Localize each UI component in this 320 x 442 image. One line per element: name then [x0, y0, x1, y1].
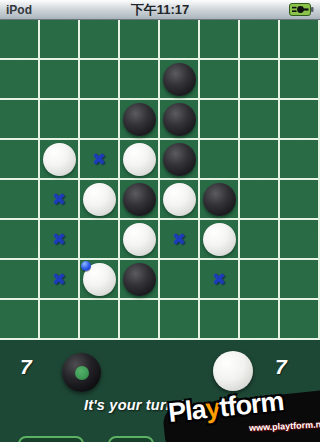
cell-r1c6[interactable] — [240, 60, 280, 100]
white-stone — [123, 223, 156, 256]
cell-r4c6[interactable] — [240, 180, 280, 220]
cell-r1c0[interactable] — [0, 60, 40, 100]
cell-r3c4[interactable] — [160, 140, 200, 180]
cell-r5c4[interactable]: ✖ — [160, 220, 200, 260]
cell-r7c4[interactable] — [160, 300, 200, 340]
cell-r5c5[interactable] — [200, 220, 240, 260]
last-move-marker — [81, 261, 91, 271]
playtform-watermark: Playtform www.playtform.net — [156, 388, 320, 442]
cell-r0c5[interactable] — [200, 20, 240, 60]
watermark-logo-pre: Pla — [167, 394, 207, 428]
black-score: 7 — [20, 355, 32, 379]
turn-indicator-dot — [75, 366, 89, 380]
cell-r4c3[interactable] — [120, 180, 160, 220]
white-stone — [123, 143, 156, 176]
cell-r2c1[interactable] — [40, 100, 80, 140]
cell-r3c1[interactable] — [40, 140, 80, 180]
black-stone — [203, 183, 236, 216]
cell-r5c3[interactable] — [120, 220, 160, 260]
white-player-stone — [213, 351, 253, 391]
black-stone — [163, 143, 196, 176]
cell-r4c7[interactable] — [280, 180, 320, 220]
cell-r2c6[interactable] — [240, 100, 280, 140]
cell-r4c4[interactable] — [160, 180, 200, 220]
cell-r2c0[interactable] — [0, 100, 40, 140]
cell-r6c5[interactable]: ✖ — [200, 260, 240, 300]
black-stone — [123, 263, 156, 296]
legal-move-hint-icon: ✖ — [52, 271, 66, 288]
cell-r5c0[interactable] — [0, 220, 40, 260]
cell-r7c1[interactable] — [40, 300, 80, 340]
cell-r7c6[interactable] — [240, 300, 280, 340]
cell-r7c0[interactable] — [0, 300, 40, 340]
cell-r5c7[interactable] — [280, 220, 320, 260]
cell-r0c2[interactable] — [80, 20, 120, 60]
cell-r7c3[interactable] — [120, 300, 160, 340]
cell-r0c4[interactable] — [160, 20, 200, 60]
cell-r5c2[interactable] — [80, 220, 120, 260]
cell-r6c4[interactable] — [160, 260, 200, 300]
cell-r1c7[interactable] — [280, 60, 320, 100]
battery-charging-icon — [289, 3, 314, 16]
legal-move-hint-icon: ✖ — [92, 151, 106, 168]
black-stone — [163, 63, 196, 96]
cell-r0c0[interactable] — [0, 20, 40, 60]
legal-move-hint-icon: ✖ — [172, 231, 186, 248]
cell-r1c5[interactable] — [200, 60, 240, 100]
white-stone — [83, 183, 116, 216]
legal-move-hint-icon: ✖ — [52, 191, 66, 208]
cell-r4c5[interactable] — [200, 180, 240, 220]
cell-r0c3[interactable] — [120, 20, 160, 60]
cell-r3c2[interactable]: ✖ — [80, 140, 120, 180]
black-stone — [123, 183, 156, 216]
cell-r3c5[interactable] — [200, 140, 240, 180]
bottom-button-2[interactable] — [108, 436, 154, 442]
cell-r4c1[interactable]: ✖ — [40, 180, 80, 220]
watermark-logo-post: tform — [218, 386, 285, 423]
cell-r0c6[interactable] — [240, 20, 280, 60]
legal-move-hint-icon: ✖ — [212, 271, 226, 288]
status-bar: iPod 下午11:17 — [0, 0, 320, 20]
black-stone — [163, 103, 196, 136]
white-stone — [203, 223, 236, 256]
cell-r4c0[interactable] — [0, 180, 40, 220]
iphone-screen: iPod 下午11:17 ✖✖✖✖✖✖ 7 — [0, 0, 320, 442]
cell-r6c3[interactable] — [120, 260, 160, 300]
bottom-button-1[interactable] — [18, 436, 84, 442]
cell-r3c6[interactable] — [240, 140, 280, 180]
white-score: 7 — [275, 355, 287, 379]
cell-r6c1[interactable]: ✖ — [40, 260, 80, 300]
cell-r6c0[interactable] — [0, 260, 40, 300]
cell-r2c4[interactable] — [160, 100, 200, 140]
cell-r3c0[interactable] — [0, 140, 40, 180]
cell-r6c7[interactable] — [280, 260, 320, 300]
cell-r7c7[interactable] — [280, 300, 320, 340]
cell-r2c5[interactable] — [200, 100, 240, 140]
cell-r0c7[interactable] — [280, 20, 320, 60]
cell-r2c7[interactable] — [280, 100, 320, 140]
cell-r6c6[interactable] — [240, 260, 280, 300]
board-grid: ✖✖✖✖✖✖ — [0, 20, 320, 340]
cell-r7c2[interactable] — [80, 300, 120, 340]
cell-r1c3[interactable] — [120, 60, 160, 100]
cell-r5c6[interactable] — [240, 220, 280, 260]
cell-r4c2[interactable] — [80, 180, 120, 220]
cell-r2c2[interactable] — [80, 100, 120, 140]
reversi-board: ✖✖✖✖✖✖ — [0, 20, 320, 340]
cell-r5c1[interactable]: ✖ — [40, 220, 80, 260]
cell-r0c1[interactable] — [40, 20, 80, 60]
white-stone — [163, 183, 196, 216]
cell-r2c3[interactable] — [120, 100, 160, 140]
cell-r1c1[interactable] — [40, 60, 80, 100]
cell-r1c2[interactable] — [80, 60, 120, 100]
cell-r3c7[interactable] — [280, 140, 320, 180]
cell-r3c3[interactable] — [120, 140, 160, 180]
cell-r1c4[interactable] — [160, 60, 200, 100]
black-stone — [123, 103, 156, 136]
cell-r7c5[interactable] — [200, 300, 240, 340]
black-player-stone — [62, 353, 101, 392]
clock: 下午11:17 — [0, 1, 320, 19]
white-stone — [43, 143, 76, 176]
legal-move-hint-icon: ✖ — [52, 231, 66, 248]
